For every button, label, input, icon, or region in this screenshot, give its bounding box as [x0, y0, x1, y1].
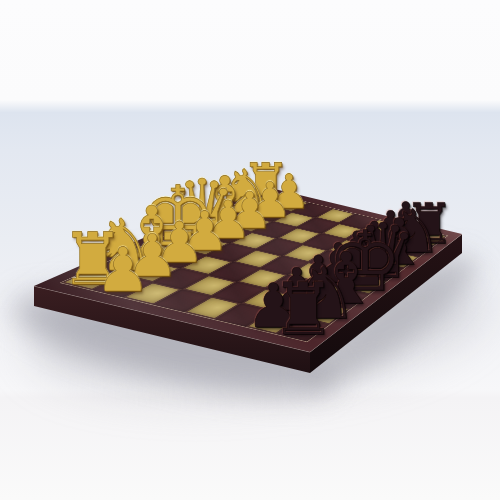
pieces-layer: ♜♞♝♛♚♝♞♜♟♟♟♟♟♟♟♟♟♟♟♟♟♟♟♟♜♞♝♛♚♝♞♜: [0, 0, 500, 500]
photo-stage: ♜♞♝♛♚♝♞♜♟♟♟♟♟♟♟♟♟♟♟♟♟♟♟♟♜♞♝♛♚♝♞♜: [0, 0, 500, 500]
piece-white-pawn-h2[interactable]: ♟: [95, 239, 150, 300]
piece-black-rook-h8[interactable]: ♜: [271, 274, 335, 346]
